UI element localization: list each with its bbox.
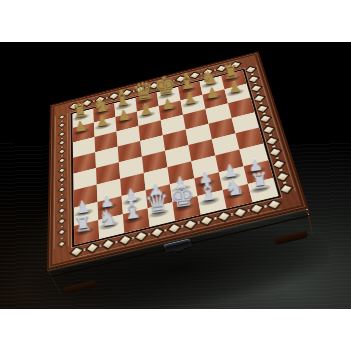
inlay-diamond [282, 185, 292, 192]
inlay-diamond [58, 230, 64, 234]
inlay-diamond [59, 159, 64, 163]
inlay-dot [60, 146, 62, 148]
inlay-dot [60, 237, 62, 239]
inlay-dot [61, 138, 63, 140]
inlay-dot [247, 209, 250, 212]
inlay-diamond [153, 229, 163, 237]
inlay-dot [61, 129, 63, 131]
inlay-diamond [235, 209, 245, 216]
inlay-dot [131, 237, 134, 240]
inlay-diamond [269, 201, 279, 208]
inlay-diamond [169, 225, 179, 233]
inlay-diamond [252, 205, 262, 212]
inlay-dot [251, 73, 254, 75]
inlay-diamond [71, 248, 81, 256]
letterbox-top [0, 0, 351, 42]
inlay-dot [230, 213, 233, 216]
inlay-dot [83, 248, 86, 251]
inlay-dot [148, 233, 151, 236]
inlay-diamond [264, 126, 273, 132]
inlay-diamond [58, 209, 64, 213]
inlay-diamond [59, 141, 64, 145]
inlay-dot [60, 184, 62, 186]
photo-background: ♜♞♝♛♚♝♞♜♟♟♟♟♟♟♟♟♟♟♟♟♟♟♟♟♜♞♝♛♚♝♞♜ [0, 42, 351, 309]
inlay-diamond [59, 124, 64, 127]
inlay-dot [276, 157, 279, 159]
inlay-dot [197, 221, 200, 224]
inlay-dot [269, 134, 272, 136]
inlay-dot [99, 245, 102, 248]
letterbox-bottom [0, 309, 351, 351]
inlay-diamond [59, 178, 64, 182]
inlay-dot [257, 92, 260, 94]
inlay-dot [164, 229, 167, 232]
inlay-dot [60, 215, 62, 217]
playing-field: ♜♞♝♛♚♝♞♜♟♟♟♟♟♟♟♟♟♟♟♟♟♟♟♟♜♞♝♛♚♝♞♜ [71, 69, 282, 248]
inlay-diamond [252, 86, 261, 91]
inlay-dot [266, 123, 269, 125]
inlay-diamond [219, 213, 229, 220]
inlay-diamond [261, 116, 270, 122]
white-rook-icon: ♜ [242, 169, 278, 194]
latch [163, 239, 192, 253]
inlay-diamond [136, 232, 146, 240]
inlay-dot [60, 174, 62, 176]
inlay-dot [60, 204, 62, 206]
inlay-diamond [59, 169, 64, 173]
inlay-diamond [120, 236, 130, 244]
inlay-diamond [249, 76, 257, 81]
inlay-dot [181, 225, 184, 228]
inlay-diamond [271, 149, 280, 155]
inlay-dot [254, 82, 257, 84]
inlay-diamond [104, 240, 114, 248]
inlay-dot [61, 121, 63, 123]
inlay-diamond [59, 116, 64, 119]
inlay-diamond [202, 217, 212, 224]
inlay-diamond [58, 219, 64, 223]
inlay-diamond [185, 221, 195, 228]
chess-box-3d: ♜♞♝♛♚♝♞♜♟♟♟♟♟♟♟♟♟♟♟♟♟♟♟♟♜♞♝♛♚♝♞♜ [47, 51, 308, 270]
inlay-dot [214, 217, 217, 220]
photo-canvas: ♜♞♝♛♚♝♞♜♟♟♟♟♟♟♟♟♟♟♟♟♟♟♟♟♜♞♝♛♚♝♞♜ [0, 0, 351, 351]
inlay-dot [263, 112, 266, 114]
inlay-dot [60, 226, 62, 228]
inlay-dot [279, 169, 282, 171]
inlay-diamond [258, 105, 267, 111]
inlay-dot [60, 165, 62, 167]
inlay-dot [283, 181, 286, 184]
inlay-diamond [59, 188, 64, 192]
inlay-diamond [267, 138, 276, 144]
inlay-diamond [59, 132, 64, 135]
chess-box: ♜♞♝♛♚♝♞♜♟♟♟♟♟♟♟♟♟♟♟♟♟♟♟♟♜♞♝♛♚♝♞♜ [27, 42, 298, 286]
inlay-diamond [274, 161, 284, 168]
inlay-diamond [278, 173, 288, 180]
inlay-diamond [59, 198, 65, 202]
inlay-dot [264, 205, 267, 208]
inlay-dot [60, 194, 62, 196]
inlay-diamond [255, 95, 264, 101]
inlay-diamond [87, 244, 97, 252]
inlay-dot [60, 155, 62, 157]
inlay-dot [115, 241, 118, 244]
inlay-diamond [59, 150, 64, 154]
inlay-diamond [247, 67, 255, 72]
inlay-dot [272, 145, 275, 147]
inlay-dot [260, 102, 263, 104]
inlay-diamond [58, 242, 64, 247]
